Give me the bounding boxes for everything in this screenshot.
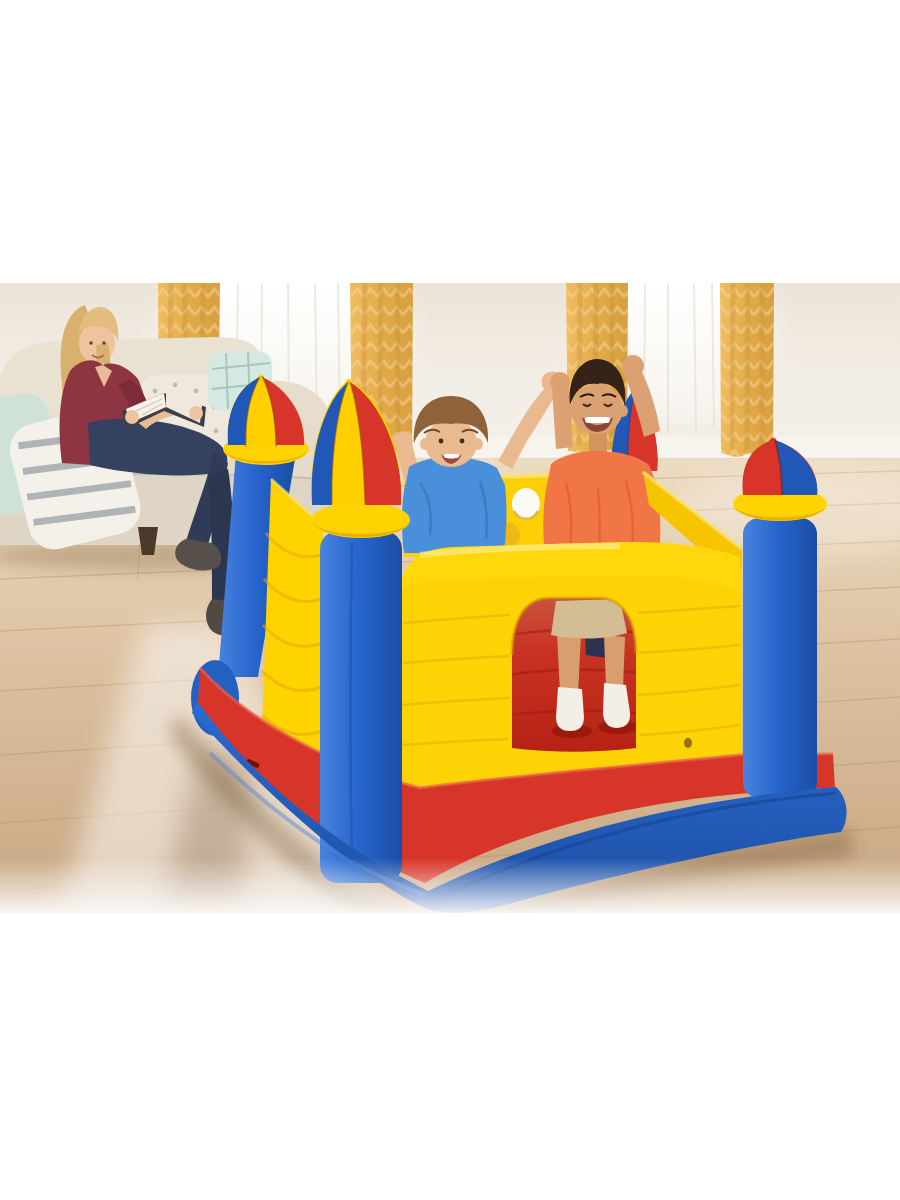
- doorway-interior: [506, 593, 642, 753]
- living-room-photo: [0, 283, 900, 913]
- sock-right: [603, 683, 630, 728]
- tower-column: [320, 531, 402, 883]
- tower-front-left: [306, 373, 410, 883]
- woman-eye-right: [102, 341, 106, 345]
- teeth: [444, 454, 459, 458]
- khaki-shorts: [551, 599, 627, 639]
- woman-hand-left: [125, 410, 139, 424]
- leg-right: [604, 635, 625, 689]
- woman-hand-right: [189, 406, 203, 420]
- teeth: [585, 417, 610, 423]
- valve-dot: [684, 738, 692, 748]
- blue-tshirt: [402, 457, 507, 553]
- leg-left: [557, 633, 581, 695]
- tower-ring: [312, 502, 410, 538]
- tower-front-right: [733, 431, 827, 798]
- left-fist: [550, 372, 570, 392]
- scene-illustration: [0, 283, 900, 913]
- tower-column: [743, 518, 817, 798]
- eye-right: [460, 439, 465, 444]
- right-fist: [622, 355, 644, 377]
- photo-bottom-fade: [0, 858, 900, 913]
- orange-tshirt: [543, 451, 660, 555]
- eye-left: [439, 439, 444, 444]
- sock-left: [556, 687, 584, 731]
- woman-eye-left: [89, 341, 93, 345]
